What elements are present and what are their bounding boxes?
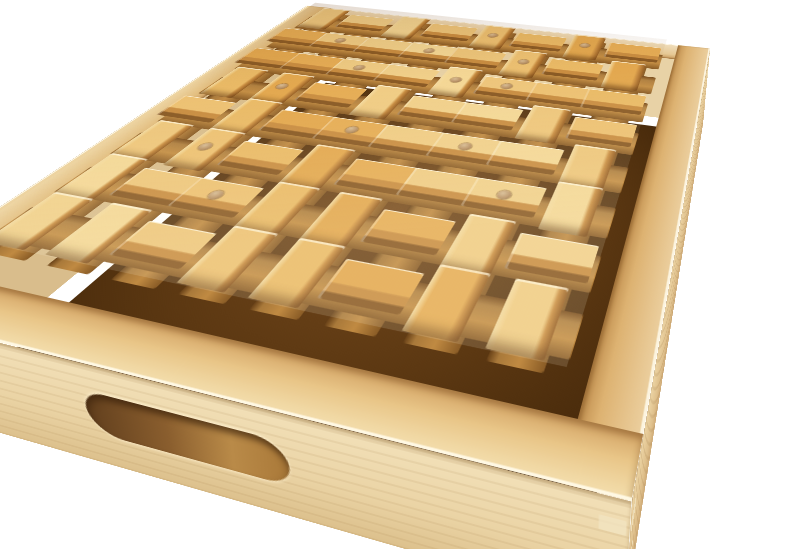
wooden-tray	[0, 74, 703, 549]
finger-joint	[704, 90, 706, 105]
dowel-pin	[343, 126, 360, 134]
finger-joint	[631, 492, 637, 534]
dowel-pin	[195, 142, 215, 151]
finger-joint	[599, 514, 627, 536]
dowel-pin	[495, 189, 513, 200]
dowel-pin	[457, 142, 474, 151]
product-photo-scene	[0, 0, 800, 549]
dowel-pin	[205, 190, 227, 201]
finger-joint	[707, 66, 709, 81]
